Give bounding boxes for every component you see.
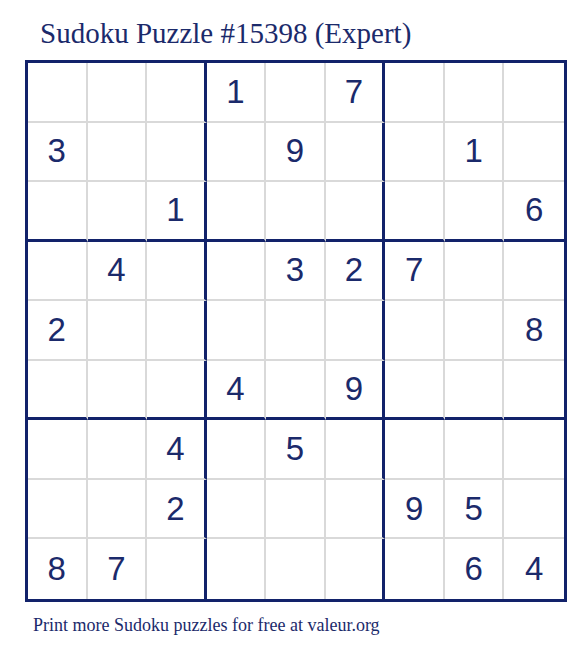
cell-r5c9: 8: [504, 301, 564, 361]
cell-r6c6: 9: [326, 361, 386, 421]
cell-r7c7[interactable]: [385, 420, 445, 480]
cell-r2c3[interactable]: [147, 123, 207, 183]
sudoku-board: 173911643272849452958764: [25, 60, 567, 602]
cell-r3c5[interactable]: [266, 182, 326, 242]
cell-r7c8[interactable]: [445, 420, 505, 480]
cell-r9c2: 7: [88, 539, 148, 599]
cell-r5c1: 2: [28, 301, 88, 361]
cell-r6c8[interactable]: [445, 361, 505, 421]
cell-r4c6: 2: [326, 242, 386, 302]
cell-r2c5: 9: [266, 123, 326, 183]
cell-r8c7: 9: [385, 480, 445, 540]
cell-r9c9: 4: [504, 539, 564, 599]
cell-r5c6[interactable]: [326, 301, 386, 361]
cell-r1c4: 1: [207, 63, 267, 123]
cell-r8c5[interactable]: [266, 480, 326, 540]
cell-r9c7[interactable]: [385, 539, 445, 599]
cell-r9c6[interactable]: [326, 539, 386, 599]
cell-r7c9[interactable]: [504, 420, 564, 480]
cell-r7c6[interactable]: [326, 420, 386, 480]
cell-r7c3: 4: [147, 420, 207, 480]
cell-r3c9: 6: [504, 182, 564, 242]
cell-r8c2[interactable]: [88, 480, 148, 540]
cell-r4c7: 7: [385, 242, 445, 302]
cell-r1c8[interactable]: [445, 63, 505, 123]
cell-r1c9[interactable]: [504, 63, 564, 123]
cell-r6c4: 4: [207, 361, 267, 421]
cell-r5c3[interactable]: [147, 301, 207, 361]
cell-r2c7[interactable]: [385, 123, 445, 183]
cell-r4c8[interactable]: [445, 242, 505, 302]
cell-r6c2[interactable]: [88, 361, 148, 421]
cell-r4c9[interactable]: [504, 242, 564, 302]
cell-r2c2[interactable]: [88, 123, 148, 183]
cell-r5c4[interactable]: [207, 301, 267, 361]
cell-r4c1[interactable]: [28, 242, 88, 302]
cell-r5c5[interactable]: [266, 301, 326, 361]
cell-r5c8[interactable]: [445, 301, 505, 361]
cell-r1c2[interactable]: [88, 63, 148, 123]
cell-r6c7[interactable]: [385, 361, 445, 421]
cell-r3c7[interactable]: [385, 182, 445, 242]
cell-r4c3[interactable]: [147, 242, 207, 302]
cell-r2c9[interactable]: [504, 123, 564, 183]
cell-r1c3[interactable]: [147, 63, 207, 123]
cell-r8c3: 2: [147, 480, 207, 540]
cell-r3c2[interactable]: [88, 182, 148, 242]
cell-r4c2: 4: [88, 242, 148, 302]
cell-r3c3: 1: [147, 182, 207, 242]
sudoku-print-page: Sudoku Puzzle #15398 (Expert) 1739116432…: [0, 0, 580, 651]
cell-r2c1: 3: [28, 123, 88, 183]
cell-r2c4[interactable]: [207, 123, 267, 183]
cell-r1c6: 7: [326, 63, 386, 123]
cell-r1c1[interactable]: [28, 63, 88, 123]
cell-r7c2[interactable]: [88, 420, 148, 480]
cell-r3c8[interactable]: [445, 182, 505, 242]
cell-r8c8: 5: [445, 480, 505, 540]
cell-r4c4[interactable]: [207, 242, 267, 302]
cell-r8c6[interactable]: [326, 480, 386, 540]
cell-r2c6[interactable]: [326, 123, 386, 183]
cell-r9c3[interactable]: [147, 539, 207, 599]
cell-r5c7[interactable]: [385, 301, 445, 361]
cell-r9c8: 6: [445, 539, 505, 599]
cell-r7c4[interactable]: [207, 420, 267, 480]
cell-r1c5[interactable]: [266, 63, 326, 123]
cell-r9c4[interactable]: [207, 539, 267, 599]
cell-r6c9[interactable]: [504, 361, 564, 421]
page-title: Sudoku Puzzle #15398 (Expert): [40, 16, 411, 50]
cell-r1c7[interactable]: [385, 63, 445, 123]
cell-r3c1[interactable]: [28, 182, 88, 242]
cell-r9c5[interactable]: [266, 539, 326, 599]
cell-r6c5[interactable]: [266, 361, 326, 421]
cell-r3c6[interactable]: [326, 182, 386, 242]
cell-r8c1[interactable]: [28, 480, 88, 540]
cell-r8c9[interactable]: [504, 480, 564, 540]
cell-r3c4[interactable]: [207, 182, 267, 242]
cell-r2c8: 1: [445, 123, 505, 183]
cell-r7c1[interactable]: [28, 420, 88, 480]
cell-r6c3[interactable]: [147, 361, 207, 421]
footer-note: Print more Sudoku puzzles for free at va…: [33, 615, 380, 636]
cell-r6c1[interactable]: [28, 361, 88, 421]
cell-r8c4[interactable]: [207, 480, 267, 540]
cell-r4c5: 3: [266, 242, 326, 302]
cell-r9c1: 8: [28, 539, 88, 599]
cell-r7c5: 5: [266, 420, 326, 480]
cell-r5c2[interactable]: [88, 301, 148, 361]
